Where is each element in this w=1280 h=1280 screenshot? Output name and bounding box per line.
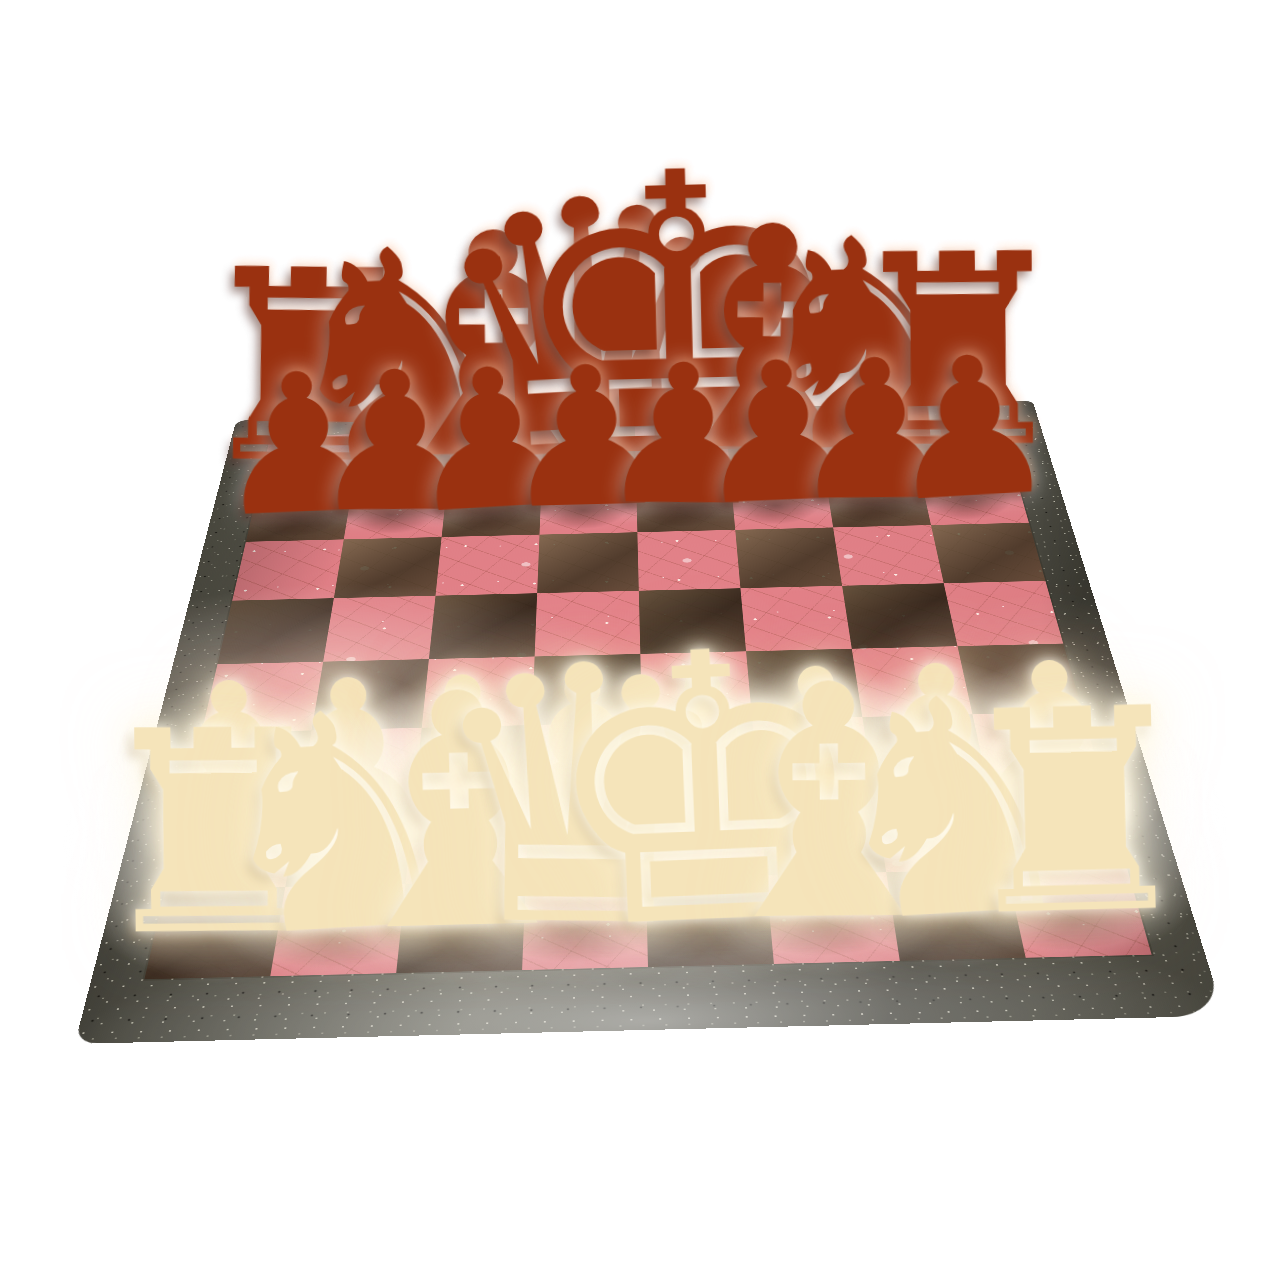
piece-black-pawn-h7[interactable]: ♟: [880, 328, 1063, 530]
board-tilt-wrapper: ♜♞♝♛♚♝♞♜♟♟♟♟♟♟♟♟♟♟♟♟♟♟♟♟♜♞♝♛♚♝♞♜: [0, 0, 1280, 1280]
piece-white-rook-h1[interactable]: ♜: [946, 671, 1203, 956]
photo-stage: ♜♞♝♛♚♝♞♜♟♟♟♟♟♟♟♟♟♟♟♟♟♟♟♟♜♞♝♛♚♝♞♜: [0, 0, 1280, 1280]
